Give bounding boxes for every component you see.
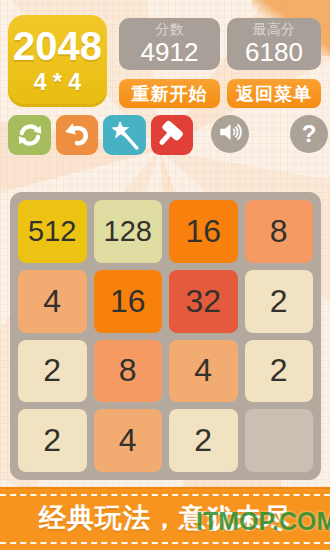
tile-128: 128 xyxy=(94,200,163,263)
tile-2: 2 xyxy=(18,409,87,472)
tile-8: 8 xyxy=(245,200,314,263)
score-value: 4912 xyxy=(141,38,199,67)
tile-2: 2 xyxy=(169,409,238,472)
logo-tile: 2048 4 * 4 xyxy=(8,15,107,107)
banner-dash-bottom xyxy=(0,542,330,544)
hammer-icon xyxy=(157,120,187,150)
score-badge: 分数 4912 xyxy=(119,18,220,70)
best-score-label: 最高分 xyxy=(253,21,295,38)
tile-512: 512 xyxy=(18,200,87,263)
tile-2: 2 xyxy=(18,340,87,403)
help-button[interactable]: ? xyxy=(290,115,328,153)
question-mark-icon: ? xyxy=(302,120,317,148)
back-to-menu-button[interactable]: 返回菜单 xyxy=(227,79,321,108)
refresh-button[interactable] xyxy=(8,115,51,155)
magic-wand-button[interactable] xyxy=(103,115,146,155)
tile-4: 4 xyxy=(169,340,238,403)
refresh-icon xyxy=(15,120,45,150)
hammer-button[interactable] xyxy=(151,115,193,155)
tile-8: 8 xyxy=(94,340,163,403)
tile-2: 2 xyxy=(245,270,314,333)
magic-wand-icon xyxy=(110,120,140,150)
tile-16: 16 xyxy=(169,200,238,263)
game-screen: 2048 4 * 4 分数 4912 最高分 6180 重新开始 返回菜单 xyxy=(0,0,330,550)
empty-cell xyxy=(245,409,314,472)
logo-title: 2048 xyxy=(13,26,102,66)
speaker-icon xyxy=(217,119,243,149)
logo-subtitle: 4 * 4 xyxy=(34,70,81,95)
board-grid[interactable]: 5121281684163222842242 xyxy=(10,192,321,480)
tile-4: 4 xyxy=(94,409,163,472)
tile-4: 4 xyxy=(18,270,87,333)
best-score-value: 6180 xyxy=(245,38,303,67)
undo-arrow-icon xyxy=(62,120,92,150)
undo-button[interactable] xyxy=(56,115,98,155)
sound-button[interactable] xyxy=(211,115,249,153)
tile-32: 32 xyxy=(169,270,238,333)
best-score-badge: 最高分 6180 xyxy=(227,18,321,70)
tile-2: 2 xyxy=(245,340,314,403)
score-label: 分数 xyxy=(156,21,184,38)
restart-button[interactable]: 重新开始 xyxy=(119,79,220,108)
watermark: ITMOP.COM xyxy=(196,507,330,536)
tile-16: 16 xyxy=(94,270,163,333)
banner-dash-top xyxy=(0,494,330,496)
